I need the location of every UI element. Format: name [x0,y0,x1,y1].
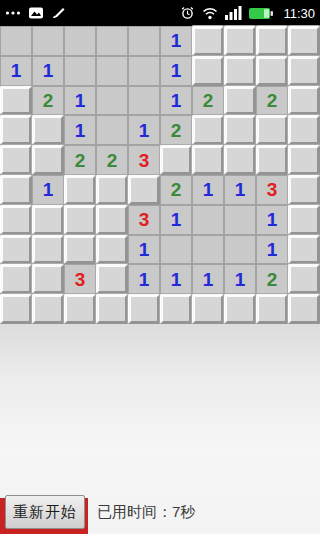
cell-r1-c9[interactable] [288,56,320,86]
phone-screen: 11:30 1111211221122231211331111311112 重新… [0,0,320,534]
brush-icon [51,6,66,20]
cell-r9-c4[interactable] [128,294,160,324]
cell-r7-c2[interactable] [64,235,96,265]
cell-r1-c3[interactable] [96,56,128,86]
cell-r2-c1[interactable]: 2 [32,86,64,116]
cell-r6-c2[interactable] [64,205,96,235]
cell-r5-c6[interactable]: 1 [192,175,224,205]
cell-r0-c9[interactable] [288,26,320,56]
cell-r9-c5[interactable] [160,294,192,324]
cell-r2-c2[interactable]: 1 [64,86,96,116]
cell-r8-c9[interactable] [288,264,320,294]
cell-r8-c0[interactable] [0,264,32,294]
cell-r5-c3[interactable] [96,175,128,205]
status-bar: 11:30 [0,0,320,26]
more-dots-icon [5,6,21,20]
cell-r6-c1[interactable] [32,205,64,235]
cell-r0-c4[interactable] [128,26,160,56]
cell-r2-c5[interactable]: 1 [160,86,192,116]
cell-r3-c4[interactable]: 1 [128,115,160,145]
cell-r5-c8[interactable]: 3 [256,175,288,205]
cell-r6-c6[interactable] [192,205,224,235]
cell-r3-c6[interactable] [192,115,224,145]
cell-r5-c7[interactable]: 1 [224,175,256,205]
cell-r6-c9[interactable] [288,205,320,235]
cell-r7-c8[interactable]: 1 [256,235,288,265]
cell-r5-c0[interactable] [0,175,32,205]
cell-r0-c5[interactable]: 1 [160,26,192,56]
cell-r4-c6[interactable] [192,145,224,175]
cell-r2-c9[interactable] [288,86,320,116]
cell-r9-c8[interactable] [256,294,288,324]
cell-r3-c9[interactable] [288,115,320,145]
cell-r8-c6[interactable]: 1 [192,264,224,294]
cell-r6-c5[interactable]: 1 [160,205,192,235]
clock-time: 11:30 [283,6,315,21]
cell-r7-c1[interactable] [32,235,64,265]
cell-r2-c4[interactable] [128,86,160,116]
restart-button[interactable]: 重新开始 [5,495,85,529]
cell-r1-c7[interactable] [224,56,256,86]
cell-r9-c9[interactable] [288,294,320,324]
cell-r2-c8[interactable]: 2 [256,86,288,116]
cell-r1-c0[interactable]: 1 [0,56,32,86]
cell-r3-c8[interactable] [256,115,288,145]
cell-r3-c5[interactable]: 2 [160,115,192,145]
wifi-icon [202,7,218,20]
cell-r9-c0[interactable] [0,294,32,324]
cell-r7-c9[interactable] [288,235,320,265]
cell-r0-c6[interactable] [192,26,224,56]
status-bar-right: 11:30 [180,6,315,21]
battery-icon [249,7,273,20]
cell-r6-c4[interactable]: 3 [128,205,160,235]
cell-r1-c4[interactable] [128,56,160,86]
image-icon [28,6,44,20]
cell-r5-c1[interactable]: 1 [32,175,64,205]
cell-r8-c8[interactable]: 2 [256,264,288,294]
cell-r4-c1[interactable] [32,145,64,175]
cell-r5-c2[interactable] [64,175,96,205]
cell-r9-c7[interactable] [224,294,256,324]
cell-r2-c6[interactable]: 2 [192,86,224,116]
cell-r5-c9[interactable] [288,175,320,205]
cell-r2-c0[interactable] [0,86,32,116]
cell-r8-c5[interactable]: 1 [160,264,192,294]
cell-r4-c2[interactable]: 2 [64,145,96,175]
cell-r5-c4[interactable] [128,175,160,205]
cell-r0-c0[interactable] [0,26,32,56]
cell-r3-c2[interactable]: 1 [64,115,96,145]
cell-r9-c2[interactable] [64,294,96,324]
cell-r8-c7[interactable]: 1 [224,264,256,294]
cell-r2-c7[interactable] [224,86,256,116]
cell-r4-c3[interactable]: 2 [96,145,128,175]
cell-r6-c7[interactable] [224,205,256,235]
cell-r9-c1[interactable] [32,294,64,324]
cell-r8-c2[interactable]: 3 [64,264,96,294]
cell-r4-c5[interactable] [160,145,192,175]
cell-r4-c4[interactable]: 3 [128,145,160,175]
cell-r8-c3[interactable] [96,264,128,294]
cell-r4-c0[interactable] [0,145,32,175]
cell-r6-c0[interactable] [0,205,32,235]
cell-r7-c4[interactable]: 1 [128,235,160,265]
cell-r0-c7[interactable] [224,26,256,56]
cell-r8-c4[interactable]: 1 [128,264,160,294]
cell-r5-c5[interactable]: 2 [160,175,192,205]
cell-r3-c1[interactable] [32,115,64,145]
cell-r0-c3[interactable] [96,26,128,56]
status-bar-left [5,6,66,20]
cell-r7-c5[interactable] [160,235,192,265]
cell-r1-c1[interactable]: 1 [32,56,64,86]
elapsed-time-text: 已用时间：7秒 [97,495,195,529]
cell-r4-c7[interactable] [224,145,256,175]
cell-r4-c8[interactable] [256,145,288,175]
cell-r7-c6[interactable] [192,235,224,265]
cell-r9-c3[interactable] [96,294,128,324]
cell-r0-c1[interactable] [32,26,64,56]
cell-r3-c7[interactable] [224,115,256,145]
minesweeper-board: 1111211221122231211331111311112 [0,26,320,324]
cell-r1-c8[interactable] [256,56,288,86]
cell-r1-c6[interactable] [192,56,224,86]
cell-r7-c0[interactable] [0,235,32,265]
cell-r1-c2[interactable] [64,56,96,86]
cell-r2-c3[interactable] [96,86,128,116]
cell-r8-c1[interactable] [32,264,64,294]
cell-r7-c7[interactable] [224,235,256,265]
cell-r7-c3[interactable] [96,235,128,265]
signal-icon [225,6,242,20]
cell-r3-c3[interactable] [96,115,128,145]
cell-r1-c5[interactable]: 1 [160,56,192,86]
cell-r6-c8[interactable]: 1 [256,205,288,235]
cell-r3-c0[interactable] [0,115,32,145]
cell-r0-c2[interactable] [64,26,96,56]
cell-r9-c6[interactable] [192,294,224,324]
cell-r4-c9[interactable] [288,145,320,175]
cell-r0-c8[interactable] [256,26,288,56]
cell-r6-c3[interactable] [96,205,128,235]
alarm-icon [180,6,195,20]
